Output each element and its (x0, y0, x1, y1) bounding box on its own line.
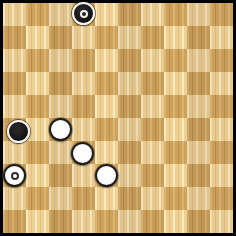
board-square[interactable] (26, 49, 49, 72)
board-square[interactable] (164, 95, 187, 118)
board-square[interactable] (49, 164, 72, 187)
board-square[interactable] (164, 3, 187, 26)
board-square (210, 164, 233, 187)
black-man-piece[interactable] (7, 120, 30, 143)
board-square[interactable] (72, 187, 95, 210)
board-square (118, 118, 141, 141)
white-king-piece[interactable] (3, 164, 26, 187)
board-square[interactable] (95, 72, 118, 95)
board-square[interactable] (187, 118, 210, 141)
board-square (141, 49, 164, 72)
board-square[interactable] (95, 118, 118, 141)
board-square (141, 95, 164, 118)
board-square (49, 187, 72, 210)
board-square[interactable] (72, 49, 95, 72)
board-square (3, 141, 26, 164)
board-square (95, 49, 118, 72)
board-square[interactable] (118, 141, 141, 164)
board-square (72, 164, 95, 187)
board-square (3, 187, 26, 210)
board-square[interactable] (141, 210, 164, 233)
board-square[interactable] (95, 26, 118, 49)
board-square (95, 3, 118, 26)
white-man-piece[interactable] (71, 142, 94, 165)
board-square[interactable] (3, 210, 26, 233)
white-man-piece[interactable] (49, 118, 72, 141)
board-square (49, 49, 72, 72)
board-square[interactable] (26, 141, 49, 164)
board-square (95, 187, 118, 210)
board-square (49, 95, 72, 118)
board-square (187, 95, 210, 118)
king-ring-mark (11, 172, 19, 180)
board-square[interactable] (187, 164, 210, 187)
board-square (118, 72, 141, 95)
board-square (164, 210, 187, 233)
board-square[interactable] (95, 210, 118, 233)
board-square (3, 49, 26, 72)
board-square (187, 187, 210, 210)
board-square[interactable] (187, 26, 210, 49)
board-square[interactable] (164, 49, 187, 72)
board-square[interactable] (49, 210, 72, 233)
board-square (72, 210, 95, 233)
board-square (210, 210, 233, 233)
board-square (164, 26, 187, 49)
board-square (141, 187, 164, 210)
board-square[interactable] (26, 187, 49, 210)
board-square (210, 26, 233, 49)
board-square (72, 118, 95, 141)
board-square[interactable] (49, 26, 72, 49)
board-square[interactable] (210, 3, 233, 26)
board-square (26, 164, 49, 187)
board-square (164, 164, 187, 187)
board-square (118, 26, 141, 49)
board-square[interactable] (72, 95, 95, 118)
board-square[interactable] (141, 26, 164, 49)
board-square (26, 210, 49, 233)
board-square[interactable] (187, 72, 210, 95)
board-square[interactable] (141, 72, 164, 95)
board-square (141, 3, 164, 26)
board-square (3, 3, 26, 26)
draughts-board (3, 3, 233, 233)
board-square (187, 141, 210, 164)
board-square[interactable] (210, 49, 233, 72)
white-man-piece[interactable] (95, 164, 118, 187)
board-square[interactable] (141, 164, 164, 187)
board-square[interactable] (118, 3, 141, 26)
board-square (95, 95, 118, 118)
board-square[interactable] (3, 72, 26, 95)
board-square (72, 26, 95, 49)
board-square[interactable] (164, 141, 187, 164)
board-square[interactable] (210, 187, 233, 210)
board-square (164, 72, 187, 95)
board-square (118, 210, 141, 233)
board-square (210, 72, 233, 95)
board-square[interactable] (210, 141, 233, 164)
board-square (141, 141, 164, 164)
board-square (187, 49, 210, 72)
board-square (187, 3, 210, 26)
board-square (26, 72, 49, 95)
board-square[interactable] (26, 95, 49, 118)
board-square[interactable] (49, 72, 72, 95)
king-ring-mark (80, 10, 88, 18)
board-square (118, 164, 141, 187)
board-square (49, 141, 72, 164)
board-square (3, 95, 26, 118)
draughts-game-screenshot (0, 0, 236, 236)
board-square (164, 118, 187, 141)
board-square (26, 26, 49, 49)
board-square[interactable] (3, 26, 26, 49)
board-square[interactable] (210, 95, 233, 118)
board-square (210, 118, 233, 141)
black-king-piece[interactable] (72, 2, 95, 25)
board-square[interactable] (141, 118, 164, 141)
board-square[interactable] (118, 49, 141, 72)
board-square (72, 72, 95, 95)
board-square[interactable] (164, 187, 187, 210)
board-square[interactable] (187, 210, 210, 233)
board-square (49, 3, 72, 26)
board-square[interactable] (26, 3, 49, 26)
board-square[interactable] (118, 95, 141, 118)
board-square[interactable] (118, 187, 141, 210)
board-square (95, 141, 118, 164)
